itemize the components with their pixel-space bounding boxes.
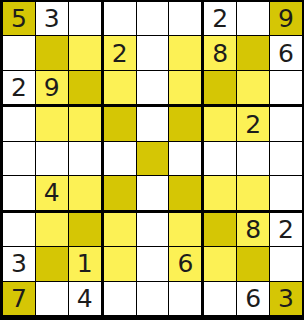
cell-r9c5[interactable] xyxy=(137,282,169,315)
cell-r8c2[interactable] xyxy=(36,247,68,280)
cell-r1c7[interactable]: 2 xyxy=(204,2,236,35)
cell-r7c2[interactable] xyxy=(36,213,68,246)
cell-r2c1[interactable] xyxy=(3,36,35,69)
cell-r3c1[interactable]: 2 xyxy=(3,71,35,104)
cell-r4c3[interactable] xyxy=(69,107,101,140)
cell-r2c9[interactable]: 6 xyxy=(270,36,302,69)
cell-r9c9[interactable]: 3 xyxy=(270,282,302,315)
cell-r1c8[interactable] xyxy=(237,2,269,35)
cell-r5c4[interactable] xyxy=(104,142,136,175)
cell-r4c6[interactable] xyxy=(169,107,201,140)
cell-r6c9[interactable] xyxy=(270,176,302,209)
cell-r6c3[interactable] xyxy=(69,176,101,209)
cell-r8c8[interactable] xyxy=(237,247,269,280)
cell-r7c8[interactable]: 8 xyxy=(237,213,269,246)
cell-r1c4[interactable] xyxy=(104,2,136,35)
cell-r9c1[interactable]: 7 xyxy=(3,282,35,315)
cell-r5c7[interactable] xyxy=(204,142,236,175)
cell-r9c4[interactable] xyxy=(104,282,136,315)
box-r1c2: 2 xyxy=(104,2,202,104)
cell-r4c4[interactable] xyxy=(104,107,136,140)
cell-r3c7[interactable] xyxy=(204,71,236,104)
cell-r7c1[interactable] xyxy=(3,213,35,246)
cell-r1c5[interactable] xyxy=(137,2,169,35)
cell-r8c6[interactable]: 6 xyxy=(169,247,201,280)
cell-r9c6[interactable] xyxy=(169,282,201,315)
cell-r5c9[interactable] xyxy=(270,142,302,175)
cell-r4c9[interactable] xyxy=(270,107,302,140)
cell-r3c2[interactable]: 9 xyxy=(36,71,68,104)
cell-r2c2[interactable] xyxy=(36,36,68,69)
cell-r5c6[interactable] xyxy=(169,142,201,175)
cell-r5c8[interactable] xyxy=(237,142,269,175)
cell-r9c3[interactable]: 4 xyxy=(69,282,101,315)
cell-r7c3[interactable] xyxy=(69,213,101,246)
cell-r6c6[interactable] xyxy=(169,176,201,209)
cell-r2c5[interactable] xyxy=(137,36,169,69)
cell-r6c7[interactable] xyxy=(204,176,236,209)
cell-r6c5[interactable] xyxy=(137,176,169,209)
cell-r3c5[interactable] xyxy=(137,71,169,104)
cell-r3c4[interactable] xyxy=(104,71,136,104)
cell-r6c2[interactable]: 4 xyxy=(36,176,68,209)
cell-r2c6[interactable] xyxy=(169,36,201,69)
cell-r1c6[interactable] xyxy=(169,2,201,35)
box-r1c3: 2986 xyxy=(204,2,302,104)
box-r1c1: 5329 xyxy=(3,2,101,104)
cell-r3c8[interactable] xyxy=(237,71,269,104)
box-r3c2: 6 xyxy=(104,213,202,315)
box-r2c3: 2 xyxy=(204,107,302,209)
cell-r4c2[interactable] xyxy=(36,107,68,140)
cell-r5c3[interactable] xyxy=(69,142,101,175)
cell-r5c5[interactable] xyxy=(137,142,169,175)
cell-r7c9[interactable]: 2 xyxy=(270,213,302,246)
cell-r8c4[interactable] xyxy=(104,247,136,280)
cell-r7c6[interactable] xyxy=(169,213,201,246)
cell-r2c7[interactable]: 8 xyxy=(204,36,236,69)
cell-r1c2[interactable]: 3 xyxy=(36,2,68,35)
cell-r7c4[interactable] xyxy=(104,213,136,246)
cell-r5c1[interactable] xyxy=(3,142,35,175)
cell-r5c2[interactable] xyxy=(36,142,68,175)
cell-r8c5[interactable] xyxy=(137,247,169,280)
cell-r2c3[interactable] xyxy=(69,36,101,69)
cell-r1c9[interactable]: 9 xyxy=(270,2,302,35)
cell-r1c1[interactable]: 5 xyxy=(3,2,35,35)
cell-r8c3[interactable]: 1 xyxy=(69,247,101,280)
cell-r4c5[interactable] xyxy=(137,107,169,140)
box-r3c1: 3174 xyxy=(3,213,101,315)
cell-r6c4[interactable] xyxy=(104,176,136,209)
cell-r6c1[interactable] xyxy=(3,176,35,209)
cell-r4c7[interactable] xyxy=(204,107,236,140)
cell-r8c7[interactable] xyxy=(204,247,236,280)
box-r2c2 xyxy=(104,107,202,209)
cell-r1c3[interactable] xyxy=(69,2,101,35)
cell-r3c6[interactable] xyxy=(169,71,201,104)
cell-r9c2[interactable] xyxy=(36,282,68,315)
cell-r9c8[interactable]: 6 xyxy=(237,282,269,315)
cell-r6c8[interactable] xyxy=(237,176,269,209)
cell-r7c7[interactable] xyxy=(204,213,236,246)
cell-r2c4[interactable]: 2 xyxy=(104,36,136,69)
box-r3c3: 8263 xyxy=(204,213,302,315)
cell-r8c1[interactable]: 3 xyxy=(3,247,35,280)
box-r2c1: 4 xyxy=(3,107,101,209)
cell-r9c7[interactable] xyxy=(204,282,236,315)
cell-r2c8[interactable] xyxy=(237,36,269,69)
cell-r4c1[interactable] xyxy=(3,107,35,140)
cell-r7c5[interactable] xyxy=(137,213,169,246)
cell-r4c8[interactable]: 2 xyxy=(237,107,269,140)
sudoku-board: 53292298642317468263 xyxy=(0,0,304,320)
cell-r3c3[interactable] xyxy=(69,71,101,104)
cell-r3c9[interactable] xyxy=(270,71,302,104)
cell-r8c9[interactable] xyxy=(270,247,302,280)
